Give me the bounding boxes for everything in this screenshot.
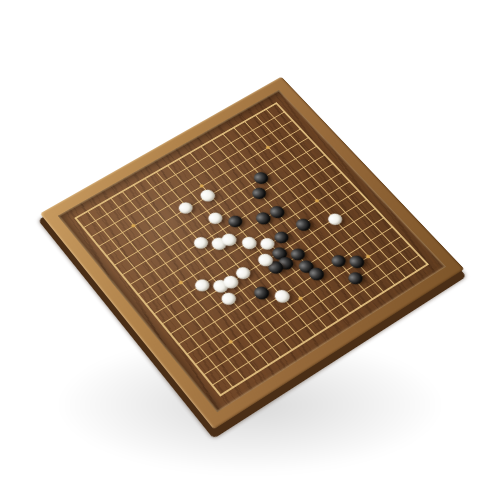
white-stone — [192, 277, 213, 294]
star-point — [365, 254, 372, 260]
star-point — [178, 280, 185, 286]
white-stone — [255, 252, 275, 269]
black-stone — [269, 245, 289, 262]
black-stone — [276, 255, 297, 272]
white-stone — [233, 264, 254, 281]
black-stone — [345, 270, 366, 287]
white-stone — [272, 288, 293, 306]
black-stone — [328, 252, 349, 269]
black-stone — [251, 284, 272, 301]
black-stone — [296, 258, 317, 275]
white-stone — [221, 273, 242, 290]
black-stone — [288, 246, 308, 263]
star-point — [297, 296, 304, 302]
white-stone — [210, 278, 231, 295]
grid-line-vertical — [232, 127, 384, 293]
white-stone — [218, 290, 239, 308]
black-stone — [306, 265, 327, 282]
black-stone — [346, 253, 367, 270]
black-stone — [265, 259, 286, 276]
star-point — [227, 339, 234, 345]
photo-scene — [0, 0, 500, 500]
